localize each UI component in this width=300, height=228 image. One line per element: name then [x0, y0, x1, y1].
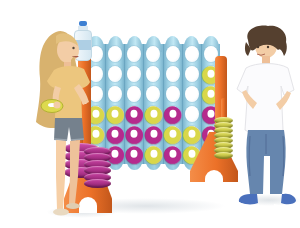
girl-shorts-hem	[54, 139, 84, 140]
board-cell-r2c4	[144, 64, 162, 84]
board-cell-r1c5	[164, 44, 182, 64]
board-cell-r2c5	[164, 64, 182, 84]
board-hole	[166, 66, 180, 82]
board-hole	[127, 46, 141, 62]
spare-disc-stack-right	[214, 119, 233, 159]
boy-eye-left	[257, 46, 259, 48]
yellow-ring	[214, 152, 233, 159]
board-column-3[interactable]: ●●●	[124, 44, 143, 164]
board-cell-r3c6	[183, 84, 201, 104]
board-cell-r6c5: ●	[164, 144, 182, 164]
scene: ●●●●●●●●●●●●●●●●●●●●●●	[0, 0, 300, 228]
boy-figure	[236, 24, 298, 208]
board-column-4[interactable]: ●●●	[143, 44, 162, 164]
board-hole	[146, 46, 160, 62]
disc-magenta: ●	[124, 142, 144, 165]
girl-front-shoe	[53, 209, 69, 216]
boy-right-sneaker	[281, 194, 296, 204]
girl-back-leg	[69, 140, 80, 204]
board-cell-r2c6	[183, 64, 201, 84]
board-hole	[185, 66, 199, 82]
girl-hand	[54, 102, 61, 109]
girl-shorts	[54, 118, 84, 141]
disc-magenta: ●	[163, 142, 183, 165]
boy-left-sneaker	[239, 194, 258, 204]
boy-eye-right	[267, 46, 269, 48]
girl-back-shoe	[66, 203, 80, 209]
board-cell-r2c3	[125, 64, 143, 84]
board-cell-r1c4	[144, 44, 162, 64]
board-hole	[127, 66, 141, 82]
board-cell-r6c4: ●	[144, 144, 162, 164]
board-hole	[166, 46, 180, 62]
board-column-6[interactable]: ●●	[182, 44, 201, 164]
girl-front-leg	[56, 140, 66, 210]
board-cell-r1c3	[125, 44, 143, 64]
board-hole	[185, 86, 199, 102]
board-hole	[146, 66, 160, 82]
board-hole	[185, 46, 199, 62]
board-column-5[interactable]: ●●●	[163, 44, 182, 164]
board-cell-r1c6	[183, 44, 201, 64]
girl-eye	[72, 47, 74, 49]
girl-figure	[28, 26, 112, 218]
board-cell-r6c3: ●	[125, 144, 143, 164]
disc-yellow: ●	[143, 142, 163, 165]
